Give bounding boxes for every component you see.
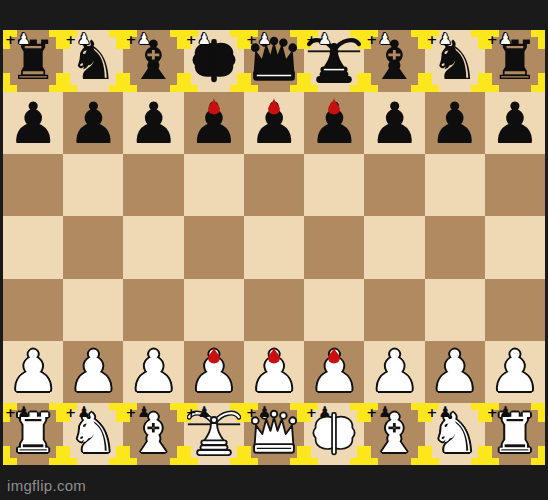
board-square[interactable]: ♟ bbox=[184, 92, 244, 154]
board-square[interactable]: +♟ bbox=[184, 403, 244, 465]
board-square[interactable]: +♟ bbox=[304, 403, 364, 465]
board-square[interactable] bbox=[123, 216, 183, 278]
plus-icon: + bbox=[366, 406, 377, 419]
mini-pawn-icon: ♟ bbox=[258, 32, 271, 47]
board-square[interactable] bbox=[3, 216, 63, 278]
board-square[interactable]: ♟ bbox=[244, 92, 304, 154]
mini-pawn-icon: ♟ bbox=[77, 32, 90, 47]
board-square[interactable]: +♟♝ bbox=[123, 30, 183, 92]
flame-marker-icon bbox=[328, 98, 341, 115]
black-pawn[interactable]: ♟ bbox=[63, 92, 123, 154]
white-pawn[interactable]: ♟ bbox=[485, 341, 545, 403]
board-square[interactable] bbox=[304, 279, 364, 341]
plus-icon: + bbox=[306, 406, 317, 419]
plus-pawn-badge: +♟ bbox=[65, 404, 90, 421]
board-square[interactable]: +♟♜ bbox=[485, 403, 545, 465]
board-square[interactable] bbox=[485, 154, 545, 216]
mini-pawn-icon: ♟ bbox=[198, 405, 211, 420]
board-square[interactable]: +♟♞ bbox=[425, 30, 485, 92]
mini-pawn-icon: ♟ bbox=[198, 32, 211, 47]
mini-pawn-icon: ♟ bbox=[137, 32, 150, 47]
plus-icon: + bbox=[5, 33, 16, 46]
board-square[interactable]: ♟ bbox=[485, 341, 545, 403]
board-square[interactable] bbox=[304, 216, 364, 278]
flame-marker-icon bbox=[267, 98, 280, 115]
plus-pawn-badge: +♟ bbox=[427, 404, 452, 421]
board-square[interactable]: +♟♝ bbox=[364, 30, 424, 92]
board-square[interactable]: ♟ bbox=[364, 92, 424, 154]
mini-pawn-icon: ♟ bbox=[438, 405, 451, 420]
plus-pawn-badge: +♟ bbox=[246, 31, 271, 48]
mini-pawn-icon: ♟ bbox=[137, 405, 150, 420]
board-square[interactable] bbox=[63, 279, 123, 341]
board-square[interactable] bbox=[184, 216, 244, 278]
board-square[interactable]: ♟ bbox=[425, 341, 485, 403]
white-pawn[interactable]: ♟ bbox=[63, 341, 123, 403]
board-square[interactable]: +♟♞ bbox=[63, 403, 123, 465]
board-square[interactable]: ♟ bbox=[304, 341, 364, 403]
black-pawn[interactable]: ♟ bbox=[364, 92, 424, 154]
plus-icon: + bbox=[427, 33, 438, 46]
plus-icon: + bbox=[427, 406, 438, 419]
plus-pawn-badge: +♟ bbox=[5, 404, 30, 421]
board-square[interactable] bbox=[123, 154, 183, 216]
board-square[interactable]: ♟ bbox=[304, 92, 364, 154]
board-square[interactable] bbox=[184, 279, 244, 341]
plus-icon: + bbox=[5, 406, 16, 419]
mini-pawn-icon: ♟ bbox=[17, 405, 30, 420]
plus-pawn-badge: +♟ bbox=[306, 31, 331, 48]
mini-pawn-icon: ♟ bbox=[499, 405, 512, 420]
board-square[interactable] bbox=[425, 279, 485, 341]
board-square[interactable]: +♟ bbox=[184, 30, 244, 92]
white-pawn[interactable]: ♟ bbox=[3, 341, 63, 403]
board-square[interactable] bbox=[184, 154, 244, 216]
board-square[interactable]: +♟♜ bbox=[3, 30, 63, 92]
mini-pawn-icon: ♟ bbox=[77, 405, 90, 420]
board-square[interactable] bbox=[425, 154, 485, 216]
plus-pawn-badge: +♟ bbox=[5, 31, 30, 48]
plus-icon: + bbox=[487, 33, 498, 46]
mini-pawn-icon: ♟ bbox=[318, 32, 331, 47]
flame-marker-icon bbox=[207, 347, 220, 364]
board-square[interactable] bbox=[364, 216, 424, 278]
imgflip-meme-frame: +♟♜+♟♞+♟♝+♟ +♟ +♟ +♟♝+♟♞+♟♜♟♟♟♟ ♟ ♟ ♟♟♟♟… bbox=[0, 0, 548, 500]
black-pawn[interactable]: ♟ bbox=[3, 92, 63, 154]
plus-pawn-badge: +♟ bbox=[366, 31, 391, 48]
board-square[interactable]: ♟ bbox=[364, 341, 424, 403]
board-square[interactable]: +♟♞ bbox=[63, 30, 123, 92]
board-square[interactable]: ♟ bbox=[3, 341, 63, 403]
white-pawn[interactable]: ♟ bbox=[123, 341, 183, 403]
mini-pawn-icon: ♟ bbox=[318, 405, 331, 420]
plus-pawn-badge: +♟ bbox=[306, 404, 331, 421]
board-square[interactable]: +♟♝ bbox=[364, 403, 424, 465]
plus-pawn-badge: +♟ bbox=[186, 31, 211, 48]
board-square[interactable] bbox=[425, 216, 485, 278]
board-square[interactable] bbox=[244, 279, 304, 341]
plus-pawn-badge: +♟ bbox=[246, 404, 271, 421]
white-pawn[interactable]: ♟ bbox=[364, 341, 424, 403]
board-square[interactable] bbox=[63, 154, 123, 216]
plus-pawn-badge: +♟ bbox=[487, 404, 512, 421]
board-square[interactable] bbox=[304, 154, 364, 216]
board-square[interactable]: ♟ bbox=[123, 341, 183, 403]
plus-pawn-badge: +♟ bbox=[427, 31, 452, 48]
plus-icon: + bbox=[125, 33, 136, 46]
board-square[interactable]: +♟ bbox=[304, 30, 364, 92]
board-square[interactable]: ♟ bbox=[123, 92, 183, 154]
board-square[interactable]: +♟♜ bbox=[3, 403, 63, 465]
mini-pawn-icon: ♟ bbox=[438, 32, 451, 47]
plus-icon: + bbox=[186, 406, 197, 419]
board-square[interactable]: ♟ bbox=[63, 92, 123, 154]
plus-pawn-badge: +♟ bbox=[186, 404, 211, 421]
board-square[interactable]: ♟ bbox=[485, 92, 545, 154]
board-square[interactable] bbox=[364, 154, 424, 216]
mini-pawn-icon: ♟ bbox=[258, 405, 271, 420]
mini-pawn-icon: ♟ bbox=[17, 32, 30, 47]
board-square[interactable] bbox=[3, 279, 63, 341]
plus-pawn-badge: +♟ bbox=[487, 31, 512, 48]
mini-pawn-icon: ♟ bbox=[378, 405, 391, 420]
plus-icon: + bbox=[246, 33, 257, 46]
board-square[interactable]: ♟ bbox=[63, 341, 123, 403]
board-square[interactable]: ♟ bbox=[244, 341, 304, 403]
imgflip-watermark: imgflip.com bbox=[7, 477, 86, 494]
board-square[interactable]: ♟ bbox=[3, 92, 63, 154]
plus-pawn-badge: +♟ bbox=[125, 404, 150, 421]
plus-icon: + bbox=[246, 406, 257, 419]
board-square[interactable]: ♟ bbox=[425, 92, 485, 154]
board-square[interactable]: +♟♞ bbox=[425, 403, 485, 465]
plus-icon: + bbox=[186, 33, 197, 46]
black-pawn[interactable]: ♟ bbox=[123, 92, 183, 154]
plus-icon: + bbox=[487, 406, 498, 419]
board-square[interactable] bbox=[123, 279, 183, 341]
plus-icon: + bbox=[306, 33, 317, 46]
board-square[interactable] bbox=[3, 154, 63, 216]
plus-icon: + bbox=[65, 33, 76, 46]
mini-pawn-icon: ♟ bbox=[499, 32, 512, 47]
board-square[interactable]: +♟ bbox=[244, 403, 304, 465]
plus-pawn-badge: +♟ bbox=[366, 404, 391, 421]
board-square[interactable] bbox=[63, 216, 123, 278]
board-square[interactable] bbox=[364, 279, 424, 341]
board-square[interactable] bbox=[485, 216, 545, 278]
flame-marker-icon bbox=[207, 98, 220, 115]
chess-board: +♟♜+♟♞+♟♝+♟ +♟ +♟ +♟♝+♟♞+♟♜♟♟♟♟ ♟ ♟ ♟♟♟♟… bbox=[3, 30, 545, 465]
white-pawn[interactable]: ♟ bbox=[425, 341, 485, 403]
plus-icon: + bbox=[65, 406, 76, 419]
black-pawn[interactable]: ♟ bbox=[485, 92, 545, 154]
board-square[interactable] bbox=[244, 216, 304, 278]
board-square[interactable] bbox=[244, 154, 304, 216]
plus-pawn-badge: +♟ bbox=[125, 31, 150, 48]
board-square[interactable]: ♟ bbox=[184, 341, 244, 403]
flame-marker-icon bbox=[267, 347, 280, 364]
flame-marker-icon bbox=[328, 347, 341, 364]
mini-pawn-icon: ♟ bbox=[378, 32, 391, 47]
black-pawn[interactable]: ♟ bbox=[425, 92, 485, 154]
board-square[interactable]: +♟♜ bbox=[485, 30, 545, 92]
board-square[interactable] bbox=[485, 279, 545, 341]
plus-icon: + bbox=[125, 406, 136, 419]
board-square[interactable]: +♟♝ bbox=[123, 403, 183, 465]
board-square[interactable]: +♟ bbox=[244, 30, 304, 92]
plus-icon: + bbox=[366, 33, 377, 46]
plus-pawn-badge: +♟ bbox=[65, 31, 90, 48]
